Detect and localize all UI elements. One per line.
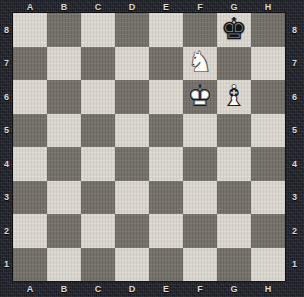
file-label-top-a: A	[13, 0, 47, 13]
rank-label-right-4: 4	[285, 147, 304, 181]
square-d5[interactable]	[115, 114, 149, 148]
piece-glyph-outline: ♗	[217, 80, 251, 114]
square-f7[interactable]: ♞♘	[183, 47, 217, 81]
square-b6[interactable]	[47, 80, 81, 114]
square-e7[interactable]	[149, 47, 183, 81]
square-h1[interactable]	[251, 248, 285, 282]
file-label-bottom-c: C	[81, 281, 115, 297]
file-label-bottom-h: H	[251, 281, 285, 297]
square-e5[interactable]	[149, 114, 183, 148]
square-a3[interactable]	[13, 181, 47, 215]
square-b4[interactable]	[47, 147, 81, 181]
rank-label-left-4: 4	[0, 147, 13, 181]
rank-labels-right: 87654321	[285, 13, 304, 281]
file-label-bottom-g: G	[217, 281, 251, 297]
square-e4[interactable]	[149, 147, 183, 181]
file-label-top-b: B	[47, 0, 81, 13]
file-label-top-f: F	[183, 0, 217, 13]
square-b5[interactable]	[47, 114, 81, 148]
square-c3[interactable]	[81, 181, 115, 215]
square-d6[interactable]	[115, 80, 149, 114]
white-knight-piece[interactable]: ♞♘	[183, 47, 217, 81]
chess-board: ♚♞♘♚♔♝♗	[13, 13, 285, 281]
piece-glyph-outline: ♔	[183, 80, 217, 114]
chessboard-frame: ABCDEFGH 87654321 ♚♞♘♚♔♝♗ 87654321 ABCDE…	[0, 0, 304, 297]
square-a4[interactable]	[13, 147, 47, 181]
square-g4[interactable]	[217, 147, 251, 181]
square-a5[interactable]	[13, 114, 47, 148]
square-h6[interactable]	[251, 80, 285, 114]
file-label-bottom-e: E	[149, 281, 183, 297]
square-e3[interactable]	[149, 181, 183, 215]
square-a1[interactable]	[13, 248, 47, 282]
rank-label-right-3: 3	[285, 181, 304, 215]
square-h2[interactable]	[251, 214, 285, 248]
square-b8[interactable]	[47, 13, 81, 47]
square-g3[interactable]	[217, 181, 251, 215]
file-label-bottom-b: B	[47, 281, 81, 297]
black-king-piece[interactable]: ♚	[217, 13, 251, 47]
rank-label-left-5: 5	[0, 114, 13, 148]
square-g7[interactable]	[217, 47, 251, 81]
square-f1[interactable]	[183, 248, 217, 282]
square-h7[interactable]	[251, 47, 285, 81]
square-g5[interactable]	[217, 114, 251, 148]
square-h8[interactable]	[251, 13, 285, 47]
square-c2[interactable]	[81, 214, 115, 248]
square-d8[interactable]	[115, 13, 149, 47]
rank-label-right-2: 2	[285, 214, 304, 248]
file-label-top-e: E	[149, 0, 183, 13]
square-g1[interactable]	[217, 248, 251, 282]
square-b7[interactable]	[47, 47, 81, 81]
square-a8[interactable]	[13, 13, 47, 47]
white-bishop-piece[interactable]: ♝♗	[217, 80, 251, 114]
square-e8[interactable]	[149, 13, 183, 47]
square-h5[interactable]	[251, 114, 285, 148]
square-f3[interactable]	[183, 181, 217, 215]
rank-label-left-2: 2	[0, 214, 13, 248]
piece-glyph-outline: ♘	[183, 47, 217, 81]
square-e2[interactable]	[149, 214, 183, 248]
square-d3[interactable]	[115, 181, 149, 215]
rank-label-left-8: 8	[0, 13, 13, 47]
rank-label-left-3: 3	[0, 181, 13, 215]
file-label-top-c: C	[81, 0, 115, 13]
square-c5[interactable]	[81, 114, 115, 148]
square-f2[interactable]	[183, 214, 217, 248]
square-d2[interactable]	[115, 214, 149, 248]
square-g6[interactable]: ♝♗	[217, 80, 251, 114]
file-label-bottom-f: F	[183, 281, 217, 297]
square-d7[interactable]	[115, 47, 149, 81]
square-c7[interactable]	[81, 47, 115, 81]
square-f6[interactable]: ♚♔	[183, 80, 217, 114]
rank-label-right-1: 1	[285, 248, 304, 282]
square-f5[interactable]	[183, 114, 217, 148]
square-b3[interactable]	[47, 181, 81, 215]
square-h4[interactable]	[251, 147, 285, 181]
square-b2[interactable]	[47, 214, 81, 248]
rank-label-right-7: 7	[285, 47, 304, 81]
square-c1[interactable]	[81, 248, 115, 282]
rank-labels-left: 87654321	[0, 13, 13, 281]
square-f8[interactable]	[183, 13, 217, 47]
rank-label-right-8: 8	[285, 13, 304, 47]
rank-label-left-6: 6	[0, 80, 13, 114]
rank-label-left-7: 7	[0, 47, 13, 81]
square-b1[interactable]	[47, 248, 81, 282]
square-a6[interactable]	[13, 80, 47, 114]
square-c6[interactable]	[81, 80, 115, 114]
square-a2[interactable]	[13, 214, 47, 248]
rank-label-right-6: 6	[285, 80, 304, 114]
square-e1[interactable]	[149, 248, 183, 282]
square-g2[interactable]	[217, 214, 251, 248]
square-d1[interactable]	[115, 248, 149, 282]
square-h3[interactable]	[251, 181, 285, 215]
square-c4[interactable]	[81, 147, 115, 181]
square-e6[interactable]	[149, 80, 183, 114]
file-label-bottom-d: D	[115, 281, 149, 297]
white-king-piece[interactable]: ♚♔	[183, 80, 217, 114]
square-c8[interactable]	[81, 13, 115, 47]
file-label-top-d: D	[115, 0, 149, 13]
rank-label-left-1: 1	[0, 248, 13, 282]
square-g8[interactable]: ♚	[217, 13, 251, 47]
file-labels-bottom: ABCDEFGH	[13, 281, 285, 297]
file-label-top-h: H	[251, 0, 285, 13]
square-a7[interactable]	[13, 47, 47, 81]
square-d4[interactable]	[115, 147, 149, 181]
piece-glyph-fill: ♚	[217, 13, 251, 47]
square-f4[interactable]	[183, 147, 217, 181]
rank-label-right-5: 5	[285, 114, 304, 148]
file-label-bottom-a: A	[13, 281, 47, 297]
